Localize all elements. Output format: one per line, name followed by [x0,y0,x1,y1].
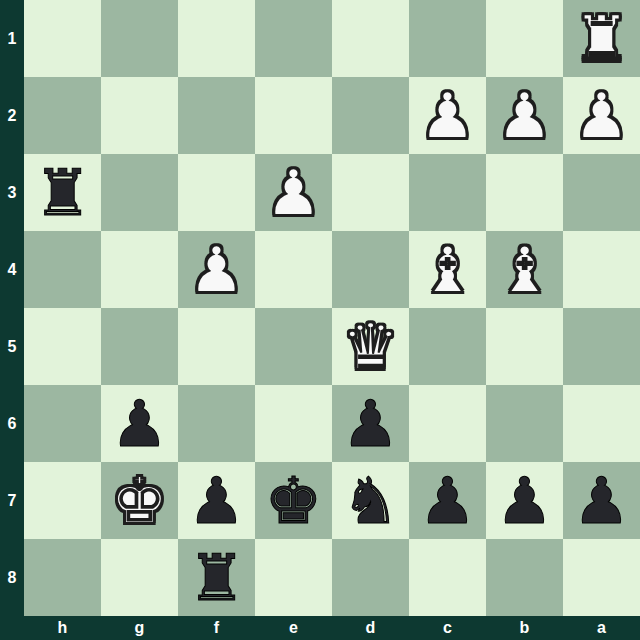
square-b8[interactable] [486,539,563,616]
square-h8[interactable] [24,539,101,616]
piece-black-pawn-c7[interactable]: ♟ [409,462,486,539]
file-label-e: e [255,616,332,640]
square-b3[interactable] [486,154,563,231]
square-c5[interactable] [409,308,486,385]
square-f5[interactable] [178,308,255,385]
square-b5[interactable] [486,308,563,385]
file-label-d: d [332,616,409,640]
square-f7[interactable]: ♟ [178,462,255,539]
square-e2[interactable] [255,77,332,154]
piece-black-rook-f8[interactable]: ♜ [178,539,255,616]
square-f3[interactable] [178,154,255,231]
square-f1[interactable] [178,0,255,77]
square-c2[interactable]: ♟ [409,77,486,154]
file-label-h: h [24,616,101,640]
square-h2[interactable] [24,77,101,154]
piece-black-rook-h3[interactable]: ♜ [24,154,101,231]
square-a7[interactable]: ♟ [563,462,640,539]
file-label-b: b [486,616,563,640]
piece-black-knight-d7[interactable]: ♞ [332,462,409,539]
square-c4[interactable]: ♝ [409,231,486,308]
square-d5[interactable]: ♛ [332,308,409,385]
piece-black-pawn-b7[interactable]: ♟ [486,462,563,539]
piece-white-pawn-a2[interactable]: ♟ [563,77,640,154]
chess-board: ♜♟♟♟♜♟♟♝♝♛♟♟♚♟♚♞♟♟♟♜ [24,0,640,616]
rank-label-3: 3 [0,154,24,231]
square-f6[interactable] [178,385,255,462]
file-labels: hgfedcba [24,616,640,640]
square-d6[interactable]: ♟ [332,385,409,462]
file-label-a: a [563,616,640,640]
piece-white-pawn-e3[interactable]: ♟ [255,154,332,231]
rank-label-7: 7 [0,462,24,539]
square-a5[interactable] [563,308,640,385]
square-e1[interactable] [255,0,332,77]
rank-label-6: 6 [0,385,24,462]
piece-black-pawn-g6[interactable]: ♟ [101,385,178,462]
square-c1[interactable] [409,0,486,77]
square-b7[interactable]: ♟ [486,462,563,539]
square-b4[interactable]: ♝ [486,231,563,308]
square-b1[interactable] [486,0,563,77]
file-label-g: g [101,616,178,640]
file-label-c: c [409,616,486,640]
square-h4[interactable] [24,231,101,308]
square-a8[interactable] [563,539,640,616]
piece-white-pawn-b2[interactable]: ♟ [486,77,563,154]
square-g2[interactable] [101,77,178,154]
square-f8[interactable]: ♜ [178,539,255,616]
square-e3[interactable]: ♟ [255,154,332,231]
piece-white-pawn-f4[interactable]: ♟ [178,231,255,308]
piece-black-pawn-d6[interactable]: ♟ [332,385,409,462]
rank-label-1: 1 [0,0,24,77]
square-a3[interactable] [563,154,640,231]
rank-label-2: 2 [0,77,24,154]
square-f4[interactable]: ♟ [178,231,255,308]
square-d7[interactable]: ♞ [332,462,409,539]
rank-label-4: 4 [0,231,24,308]
square-c7[interactable]: ♟ [409,462,486,539]
piece-black-pawn-a7[interactable]: ♟ [563,462,640,539]
square-g4[interactable] [101,231,178,308]
square-d1[interactable] [332,0,409,77]
square-f2[interactable] [178,77,255,154]
square-a2[interactable]: ♟ [563,77,640,154]
piece-black-king-e7[interactable]: ♚ [255,462,332,539]
square-e4[interactable] [255,231,332,308]
rank-label-5: 5 [0,308,24,385]
square-g6[interactable]: ♟ [101,385,178,462]
chess-board-frame: 12345678 ♜♟♟♟♜♟♟♝♝♛♟♟♚♟♚♞♟♟♟♜ hgfedcba [0,0,640,640]
square-c3[interactable] [409,154,486,231]
rank-label-8: 8 [0,539,24,616]
square-b2[interactable]: ♟ [486,77,563,154]
square-d3[interactable] [332,154,409,231]
piece-white-pawn-c2[interactable]: ♟ [409,77,486,154]
square-d8[interactable] [332,539,409,616]
square-h6[interactable] [24,385,101,462]
square-b6[interactable] [486,385,563,462]
square-g8[interactable] [101,539,178,616]
piece-black-pawn-f7[interactable]: ♟ [178,462,255,539]
square-a1[interactable]: ♜ [563,0,640,77]
square-e7[interactable]: ♚ [255,462,332,539]
square-d2[interactable] [332,77,409,154]
square-h5[interactable] [24,308,101,385]
square-a4[interactable] [563,231,640,308]
square-e5[interactable] [255,308,332,385]
piece-white-bishop-b4[interactable]: ♝ [486,231,563,308]
square-h3[interactable]: ♜ [24,154,101,231]
square-g7[interactable]: ♚ [101,462,178,539]
square-a6[interactable] [563,385,640,462]
square-d4[interactable] [332,231,409,308]
piece-white-bishop-c4[interactable]: ♝ [409,231,486,308]
square-g1[interactable] [101,0,178,77]
square-c8[interactable] [409,539,486,616]
piece-white-rook-a1[interactable]: ♜ [563,0,640,77]
file-label-f: f [178,616,255,640]
square-h7[interactable] [24,462,101,539]
piece-white-king-g7[interactable]: ♚ [101,462,178,539]
square-c6[interactable] [409,385,486,462]
square-g3[interactable] [101,154,178,231]
square-e8[interactable] [255,539,332,616]
piece-white-queen-d5[interactable]: ♛ [332,308,409,385]
rank-labels: 12345678 [0,0,24,616]
square-h1[interactable] [24,0,101,77]
square-e6[interactable] [255,385,332,462]
square-g5[interactable] [101,308,178,385]
